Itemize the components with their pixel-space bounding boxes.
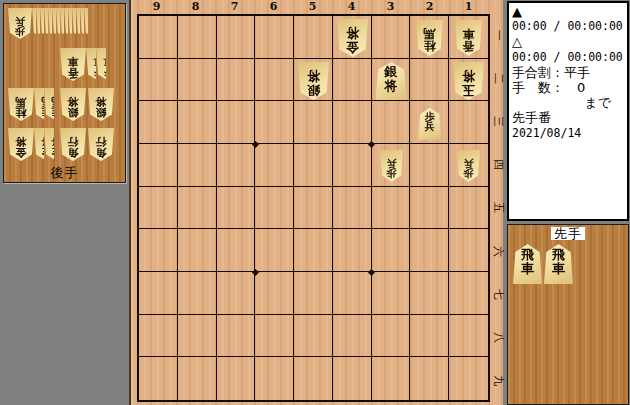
board-cell[interactable] (217, 16, 256, 59)
board-cell[interactable] (139, 144, 178, 187)
board-cell[interactable] (139, 357, 178, 400)
file-label: 7 (215, 0, 254, 14)
rank-label: 五 (491, 186, 505, 229)
board-cell[interactable] (333, 144, 372, 187)
rank-label: 二 (491, 57, 505, 100)
info-panel: ▲ 00:00 / 00:00:00 △ 00:00 / 00:00:00 手合… (507, 1, 629, 221)
board-cell[interactable] (294, 16, 333, 59)
board-cell[interactable] (178, 59, 217, 102)
sente-clock: 00:00 / 00:00:00 (512, 19, 627, 34)
board-cell[interactable] (333, 229, 372, 272)
piece-glyph: 歩兵 (32, 15, 36, 36)
piece-glyph: 飛車 (513, 248, 542, 275)
board-cell[interactable] (255, 272, 294, 315)
shogi-piece-銀将[interactable]: 銀将 (88, 88, 114, 121)
piece-glyph: 歩兵 (48, 15, 52, 36)
shogi-piece-銀将[interactable]: 銀将 (60, 88, 86, 121)
piece-glyph: 歩兵 (8, 15, 32, 36)
shogi-piece-金将[interactable]: 金将 (34, 128, 44, 161)
file-label: 3 (371, 0, 410, 14)
piece-glyph: 金将 (8, 135, 34, 158)
board-cell[interactable] (178, 187, 217, 230)
gote-hand-group-歩兵[interactable]: 歩兵歩兵歩兵歩兵歩兵歩兵歩兵歩兵歩兵歩兵歩兵歩兵歩兵歩兵歩兵 (8, 8, 88, 39)
board-cell[interactable] (372, 357, 411, 400)
piece-glyph: 歩兵 (60, 15, 64, 36)
piece-glyph: 銀将 (376, 65, 407, 92)
board-cell[interactable] (178, 357, 217, 400)
gote-hand-group-桂馬[interactable]: 桂馬桂馬桂馬 (8, 88, 54, 121)
board-cell[interactable] (294, 272, 333, 315)
board-cell[interactable] (294, 357, 333, 400)
piece-glyph: 銀将 (298, 70, 329, 97)
piece-glyph: 香車 (96, 55, 106, 78)
rank-coordinate-labels: 一二三四五六七八九 (491, 14, 505, 402)
file-label: 1 (449, 0, 488, 14)
piece-glyph: 歩兵 (36, 15, 40, 36)
rank-label: 六 (491, 229, 505, 272)
board-cell[interactable] (217, 315, 256, 358)
gote-hand-row-2: 香車香車香車 (4, 48, 125, 84)
piece-glyph: 歩兵 (457, 158, 480, 179)
shogi-piece-歩兵[interactable]: 歩兵 (84, 8, 88, 39)
piece-glyph: 歩兵 (80, 15, 84, 36)
board-cell[interactable] (410, 315, 449, 358)
shogi-app-window: { "game": "shogi", "position": { "sfen":… (0, 0, 630, 405)
gote-hand-group-銀将[interactable]: 銀将銀将 (60, 88, 114, 121)
rank-label: 八 (491, 316, 505, 359)
hand-piece-sliver[interactable]: 金将 (44, 128, 54, 161)
board-cell[interactable] (255, 16, 294, 59)
board-cell[interactable] (255, 229, 294, 272)
piece-glyph: 銀将 (60, 95, 86, 118)
gote-tray-label: 後手 (4, 166, 125, 180)
handicap-text: 手合割：平手 (512, 65, 627, 80)
board-cell[interactable] (139, 101, 178, 144)
shogi-piece-歩兵[interactable]: 歩兵 (8, 8, 32, 39)
board-cell[interactable] (217, 229, 256, 272)
file-label: 9 (137, 0, 176, 14)
board-cell[interactable] (217, 101, 256, 144)
board-cell[interactable] (449, 272, 488, 315)
gote-hand-row-3: 桂馬桂馬桂馬銀将銀将 (4, 88, 125, 124)
board-cell[interactable] (178, 16, 217, 59)
rank-label: 三 (491, 100, 505, 143)
board-cell[interactable] (294, 229, 333, 272)
file-label: 2 (410, 0, 449, 14)
board-cell[interactable] (410, 144, 449, 187)
sente-tray-label: 先手 (551, 227, 585, 240)
board-cell[interactable] (178, 144, 217, 187)
piece-glyph: 桂馬 (8, 95, 34, 118)
file-label: 6 (254, 0, 293, 14)
shogi-piece-桂馬[interactable]: 桂馬 (44, 88, 54, 121)
board-cell[interactable] (178, 101, 217, 144)
rank-label: 四 (491, 143, 505, 186)
piece-glyph: 金将 (34, 135, 44, 158)
board-cell[interactable] (255, 144, 294, 187)
shogi-piece-角行[interactable]: 角行 (60, 128, 86, 161)
board-cell[interactable] (294, 101, 333, 144)
board-cell[interactable] (449, 357, 488, 400)
sente-hand-tray: 先手 飛車飛車 (507, 224, 629, 405)
board-cell[interactable] (449, 101, 488, 144)
piece-glyph: 歩兵 (380, 158, 403, 179)
board-cell[interactable] (294, 315, 333, 358)
date-text: 2021/08/14 (512, 126, 627, 141)
piece-glyph: 香車 (60, 55, 86, 78)
hand-piece-sliver[interactable]: 桂馬 (44, 88, 54, 121)
piece-glyph: 金将 (44, 135, 54, 158)
board-cell[interactable] (139, 272, 178, 315)
piece-glyph: 歩兵 (56, 15, 60, 36)
board-cell[interactable] (255, 101, 294, 144)
piece-glyph: 歩兵 (84, 15, 88, 36)
board-cell[interactable] (333, 101, 372, 144)
shogi-piece-香車[interactable]: 香車 (96, 48, 106, 81)
board-cell[interactable] (333, 59, 372, 102)
board-cell[interactable] (217, 272, 256, 315)
piece-glyph: 角行 (88, 135, 114, 158)
hand-piece-sliver[interactable]: 金将 (34, 128, 44, 161)
board-cell[interactable] (139, 187, 178, 230)
board-cell[interactable] (255, 59, 294, 102)
file-label: 5 (293, 0, 332, 14)
piece-glyph: 歩兵 (68, 15, 72, 36)
shogi-piece-飛車[interactable]: 飛車 (544, 244, 573, 284)
board-cell[interactable] (372, 187, 411, 230)
board-cell[interactable] (139, 59, 178, 102)
piece-glyph: 歩兵 (418, 112, 441, 133)
board-cell[interactable] (139, 315, 178, 358)
board-cell[interactable] (217, 59, 256, 102)
board-cell[interactable] (410, 229, 449, 272)
gote-hand-tray: 歩兵歩兵歩兵歩兵歩兵歩兵歩兵歩兵歩兵歩兵歩兵歩兵歩兵歩兵歩兵 香車香車香車 桂馬… (3, 3, 126, 183)
shogi-piece-香車[interactable]: 香車 (86, 48, 96, 81)
gote-clock: 00:00 / 00:00:00 (512, 50, 627, 65)
board-cell[interactable] (255, 187, 294, 230)
piece-glyph: 玉将 (453, 70, 484, 97)
board-cell[interactable] (217, 187, 256, 230)
board-cell[interactable] (178, 229, 217, 272)
piece-glyph: 歩兵 (64, 15, 68, 36)
board-cell[interactable] (294, 187, 333, 230)
piece-glyph: 歩兵 (40, 15, 44, 36)
gote-hand-row-1: 歩兵歩兵歩兵歩兵歩兵歩兵歩兵歩兵歩兵歩兵歩兵歩兵歩兵歩兵歩兵 (4, 8, 125, 44)
piece-glyph: 歩兵 (52, 15, 56, 36)
hand-piece-sliver[interactable]: 香車 (86, 48, 96, 81)
move-count-text: 手 数： 0 (512, 80, 627, 95)
board-cell[interactable] (449, 315, 488, 358)
board-cell[interactable] (410, 59, 449, 102)
piece-glyph: 角行 (60, 135, 86, 158)
board-cell[interactable] (449, 187, 488, 230)
board-cell[interactable] (178, 272, 217, 315)
piece-glyph: 歩兵 (44, 15, 48, 36)
piece-glyph: 桂馬 (416, 27, 443, 52)
board-cell[interactable] (139, 16, 178, 59)
piece-glyph: 香車 (86, 55, 96, 78)
board-cell[interactable] (255, 315, 294, 358)
shogi-piece-角行[interactable]: 角行 (88, 128, 114, 161)
rank-label: 一 (491, 14, 505, 57)
board-cell[interactable] (139, 229, 178, 272)
shogi-piece-桂馬[interactable]: 桂馬 (34, 88, 44, 121)
piece-glyph: 歩兵 (76, 15, 80, 36)
hand-piece-sliver[interactable]: 香車 (96, 48, 106, 81)
board-cell[interactable] (333, 357, 372, 400)
hand-piece-sliver[interactable]: 歩兵 (84, 8, 88, 39)
gote-hand-group-香車[interactable]: 香車香車香車 (60, 48, 106, 81)
gote-hand-group-金将[interactable]: 金将金将金将 (8, 128, 54, 161)
shogi-piece-桂馬[interactable]: 桂馬 (8, 88, 34, 121)
board-cell[interactable] (333, 315, 372, 358)
sente-hand-row-1: 飛車飛車 (508, 244, 628, 280)
shogi-piece-香車[interactable]: 香車 (60, 48, 86, 81)
made-text: まで (512, 95, 627, 110)
board-cell[interactable] (217, 357, 256, 400)
board-cell[interactable] (410, 357, 449, 400)
shogi-board: 987654321 金将桂馬香車銀将銀将玉将歩兵歩兵歩兵 一二三四五六七八九 (129, 0, 503, 405)
board-cell[interactable] (372, 315, 411, 358)
board-cell[interactable] (410, 187, 449, 230)
shogi-piece-金将[interactable]: 金将 (8, 128, 34, 161)
shogi-piece-飛車[interactable]: 飛車 (513, 244, 542, 284)
turn-text: 先手番 (512, 110, 627, 125)
board-cell[interactable] (333, 272, 372, 315)
board-cell[interactable] (217, 144, 256, 187)
board-cell[interactable] (255, 357, 294, 400)
board-cell[interactable] (372, 16, 411, 59)
board-grid: 金将桂馬香車銀将銀将玉将歩兵歩兵歩兵 (137, 14, 490, 402)
piece-glyph: 香車 (455, 27, 482, 52)
board-cell[interactable] (410, 272, 449, 315)
board-cell[interactable] (294, 144, 333, 187)
gote-mark: △ (512, 34, 627, 49)
piece-glyph: 金将 (337, 27, 368, 54)
rank-label: 七 (491, 273, 505, 316)
gote-hand-row-4: 金将金将金将角行角行 (4, 128, 125, 164)
board-cell[interactable] (333, 187, 372, 230)
piece-glyph: 飛車 (544, 248, 573, 275)
piece-glyph: 銀将 (88, 95, 114, 118)
sente-mark: ▲ (512, 4, 627, 19)
file-label: 8 (176, 0, 215, 14)
piece-glyph: 歩兵 (72, 15, 76, 36)
board-cell[interactable] (372, 229, 411, 272)
board-cell[interactable] (178, 315, 217, 358)
file-label: 4 (332, 0, 371, 14)
gote-hand-group-角行[interactable]: 角行角行 (60, 128, 114, 161)
piece-glyph: 桂馬 (34, 95, 44, 118)
shogi-piece-金将[interactable]: 金将 (44, 128, 54, 161)
file-coordinate-labels: 987654321 (137, 0, 488, 14)
sente-hand-group-飛車[interactable]: 飛車飛車 (513, 244, 573, 284)
piece-glyph: 桂馬 (44, 95, 54, 118)
board-cell[interactable] (372, 101, 411, 144)
hand-piece-sliver[interactable]: 桂馬 (34, 88, 44, 121)
rank-label: 九 (491, 359, 505, 402)
board-cell[interactable] (449, 229, 488, 272)
board-cell[interactable] (372, 272, 411, 315)
